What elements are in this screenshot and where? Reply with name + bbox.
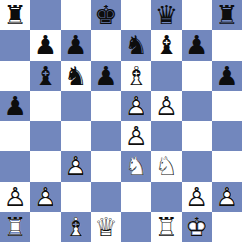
black-pawn-piece: ♟	[212, 61, 242, 91]
square-g3[interactable]	[182, 151, 212, 181]
square-g2[interactable]: ♙	[182, 182, 212, 212]
square-f6[interactable]	[151, 61, 181, 91]
square-d2[interactable]	[91, 182, 121, 212]
square-b1[interactable]	[30, 212, 60, 242]
white-knight-piece: ♘	[121, 151, 151, 181]
square-b7[interactable]: ♟	[30, 30, 60, 60]
white-pawn-piece: ♙	[0, 182, 30, 212]
black-knight-piece: ♞	[121, 30, 151, 60]
white-rook-piece: ♖	[151, 212, 181, 242]
square-f3[interactable]: ♘	[151, 151, 181, 181]
black-pawn-piece: ♟	[61, 30, 91, 60]
square-e1[interactable]	[121, 212, 151, 242]
square-g6[interactable]	[182, 61, 212, 91]
square-h6[interactable]: ♟	[212, 61, 242, 91]
square-a5[interactable]: ♟	[0, 91, 30, 121]
square-d3[interactable]	[91, 151, 121, 181]
square-g1[interactable]: ♔	[182, 212, 212, 242]
square-b3[interactable]	[30, 151, 60, 181]
square-d5[interactable]	[91, 91, 121, 121]
square-h8[interactable]: ♜	[212, 0, 242, 30]
white-queen-piece: ♕	[91, 212, 121, 242]
white-pawn-piece: ♙	[121, 91, 151, 121]
square-a7[interactable]	[0, 30, 30, 60]
square-d8[interactable]: ♚	[91, 0, 121, 30]
white-pawn-piece: ♙	[212, 182, 242, 212]
square-c1[interactable]: ♗	[61, 212, 91, 242]
square-b2[interactable]: ♙	[30, 182, 60, 212]
black-bishop-piece: ♝	[30, 61, 60, 91]
square-h4[interactable]	[212, 121, 242, 151]
white-pawn-piece: ♙	[61, 151, 91, 181]
square-e8[interactable]	[121, 0, 151, 30]
square-e7[interactable]: ♞	[121, 30, 151, 60]
square-c2[interactable]	[61, 182, 91, 212]
black-king-piece: ♚	[91, 0, 121, 30]
square-e2[interactable]	[121, 182, 151, 212]
white-rook-piece: ♖	[0, 212, 30, 242]
white-king-piece: ♔	[182, 212, 212, 242]
white-knight-piece: ♘	[151, 151, 181, 181]
square-g8[interactable]	[182, 0, 212, 30]
black-rook-piece: ♜	[212, 0, 242, 30]
black-knight-piece: ♞	[61, 61, 91, 91]
white-pawn-piece: ♙	[151, 91, 181, 121]
square-h3[interactable]	[212, 151, 242, 181]
square-c3[interactable]: ♙	[61, 151, 91, 181]
square-g5[interactable]	[182, 91, 212, 121]
square-c6[interactable]: ♞	[61, 61, 91, 91]
square-b4[interactable]	[30, 121, 60, 151]
square-h2[interactable]: ♙	[212, 182, 242, 212]
square-b8[interactable]	[30, 0, 60, 30]
white-pawn-piece: ♙	[182, 182, 212, 212]
square-c7[interactable]: ♟	[61, 30, 91, 60]
square-h7[interactable]	[212, 30, 242, 60]
square-c4[interactable]	[61, 121, 91, 151]
square-d7[interactable]	[91, 30, 121, 60]
white-pawn-piece: ♙	[121, 121, 151, 151]
square-f1[interactable]: ♖	[151, 212, 181, 242]
square-d6[interactable]: ♟	[91, 61, 121, 91]
square-a2[interactable]: ♙	[0, 182, 30, 212]
square-g4[interactable]	[182, 121, 212, 151]
black-pawn-piece: ♟	[30, 30, 60, 60]
square-f5[interactable]: ♙	[151, 91, 181, 121]
black-pawn-piece: ♟	[0, 91, 30, 121]
square-b5[interactable]	[30, 91, 60, 121]
black-queen-piece: ♛	[151, 0, 181, 30]
square-a4[interactable]	[0, 121, 30, 151]
square-h1[interactable]	[212, 212, 242, 242]
black-rook-piece: ♜	[0, 0, 30, 30]
black-pawn-piece: ♟	[182, 30, 212, 60]
square-a8[interactable]: ♜	[0, 0, 30, 30]
black-pawn-piece: ♟	[91, 61, 121, 91]
square-d1[interactable]: ♕	[91, 212, 121, 242]
square-a6[interactable]	[0, 61, 30, 91]
square-c8[interactable]	[61, 0, 91, 30]
square-f7[interactable]: ♝	[151, 30, 181, 60]
square-c5[interactable]	[61, 91, 91, 121]
square-h5[interactable]	[212, 91, 242, 121]
square-f2[interactable]	[151, 182, 181, 212]
white-bishop-piece: ♗	[61, 212, 91, 242]
square-f8[interactable]: ♛	[151, 0, 181, 30]
square-e5[interactable]: ♙	[121, 91, 151, 121]
square-e6[interactable]: ♗	[121, 61, 151, 91]
square-e4[interactable]: ♙	[121, 121, 151, 151]
white-bishop-piece: ♗	[121, 61, 151, 91]
square-d4[interactable]	[91, 121, 121, 151]
square-a1[interactable]: ♖	[0, 212, 30, 242]
square-b6[interactable]: ♝	[30, 61, 60, 91]
square-a3[interactable]	[0, 151, 30, 181]
square-f4[interactable]	[151, 121, 181, 151]
white-pawn-piece: ♙	[30, 182, 60, 212]
square-g7[interactable]: ♟	[182, 30, 212, 60]
square-e3[interactable]: ♘	[121, 151, 151, 181]
black-bishop-piece: ♝	[151, 30, 181, 60]
chess-board: ♜♚♛♜♟♟♞♝♟♝♞♟♗♟♟♙♙♙♙♘♘♙♙♙♙♖♗♕♖♔	[0, 0, 242, 242]
